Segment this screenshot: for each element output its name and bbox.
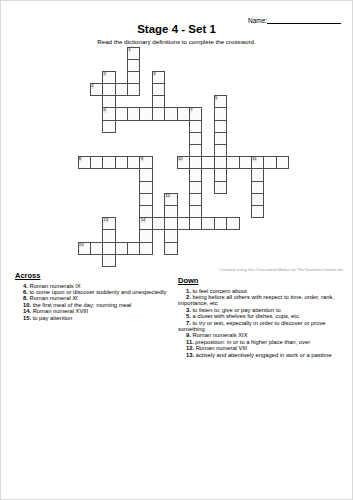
clue-down-13: 13. actively and attentively engaged in … (178, 352, 350, 358)
down-header: Down (178, 276, 350, 285)
grid-cell-r5c3 (115, 107, 128, 120)
grid-cell-r16c0: 15 (78, 242, 91, 255)
grid-cell-r9c16 (276, 156, 289, 169)
clue-number-15: 15 (79, 243, 85, 248)
grid-cell-r9c8: 10 (177, 156, 190, 169)
grid-cell-r5c4 (127, 107, 140, 120)
grid-cell-r16c5 (139, 242, 152, 255)
grid-cell-r16c3 (115, 242, 128, 255)
clue-number-2: 2 (103, 72, 106, 77)
grid-cell-r9c1 (90, 156, 103, 169)
grid-cell-r16c4 (127, 242, 140, 255)
clue-number-6: 6 (103, 108, 106, 113)
grid-cell-r14c10 (201, 217, 214, 230)
grid-cell-r6c2 (102, 120, 115, 133)
clue-number-14: 14 (140, 218, 146, 223)
grid-cell-r13c14 (251, 205, 264, 218)
clue-number-4: 4 (91, 84, 94, 89)
across-section: Across 4. Roman numerals IX6. to come up… (15, 271, 170, 321)
clue-number-7: 7 (190, 108, 193, 113)
clue-number-1: 1 (128, 48, 131, 53)
clue-number-12: 12 (165, 194, 171, 199)
grid-cell-r17c2 (102, 254, 115, 267)
grid-cell-r11c11 (214, 181, 227, 194)
grid-cell-r3c3 (115, 83, 128, 96)
clue-number-10: 10 (178, 157, 184, 162)
across-clue-list: 4. Roman numerals IX6. to come upon or d… (15, 283, 170, 321)
clue-number-11: 11 (252, 157, 257, 162)
grid-cell-r16c7 (164, 242, 177, 255)
page-subtitle: Read the dictionary definitions to compl… (1, 38, 352, 45)
grid-cell-r5c5 (139, 107, 152, 120)
clue-number-3: 3 (153, 72, 156, 77)
grid-cell-r9c4 (127, 156, 140, 169)
clue-number-8: 8 (79, 157, 82, 162)
clue-down-7: 7. to try or test, especially in order t… (178, 320, 350, 333)
grid-cell-r9c3 (115, 156, 128, 169)
grid-cell-r5c7 (164, 107, 177, 120)
down-clue-list: 1. to feel concern about2. being before … (178, 288, 350, 358)
grid-cell-r9c12 (226, 156, 239, 169)
grid-cell-r16c1 (90, 242, 103, 255)
grid-cell-r5c8 (177, 107, 190, 120)
across-header: Across (15, 271, 170, 280)
crossword-grid: 123456789101112131415 (78, 47, 289, 266)
page-title: Stage 4 - Set 1 (1, 23, 352, 35)
clue-number-5: 5 (215, 96, 218, 101)
grid-cell-r14c9 (189, 217, 202, 230)
grid-cell-r14c12 (226, 217, 239, 230)
grid-cell-r9c10 (201, 156, 214, 169)
down-section: Down 1. to feel concern about2. being be… (178, 276, 350, 358)
grid-cell-r14c6 (152, 217, 165, 230)
grid-cell-r3c4 (127, 83, 140, 96)
clue-across-15: 15. to pay attention (15, 315, 170, 321)
grid-cell-r9c0: 8 (78, 156, 91, 169)
grid-cell-r14c11 (214, 217, 227, 230)
grid-cell-r14c8 (177, 217, 190, 230)
clue-number-13: 13 (103, 218, 109, 223)
clue-down-2: 2. being before all others with respect … (178, 294, 350, 307)
credit-line: Created using the Crossword Maker on The… (220, 267, 343, 272)
clue-number-9: 9 (140, 157, 143, 162)
grid-cell-r5c6 (152, 107, 165, 120)
grid-cell-r3c1: 4 (90, 83, 103, 96)
grid-cell-r9c2 (102, 156, 115, 169)
worksheet-page: Name: Stage 4 - Set 1 Read the dictionar… (0, 0, 353, 500)
grid-cell-r9c13 (239, 156, 252, 169)
grid-cell-r9c15 (263, 156, 276, 169)
